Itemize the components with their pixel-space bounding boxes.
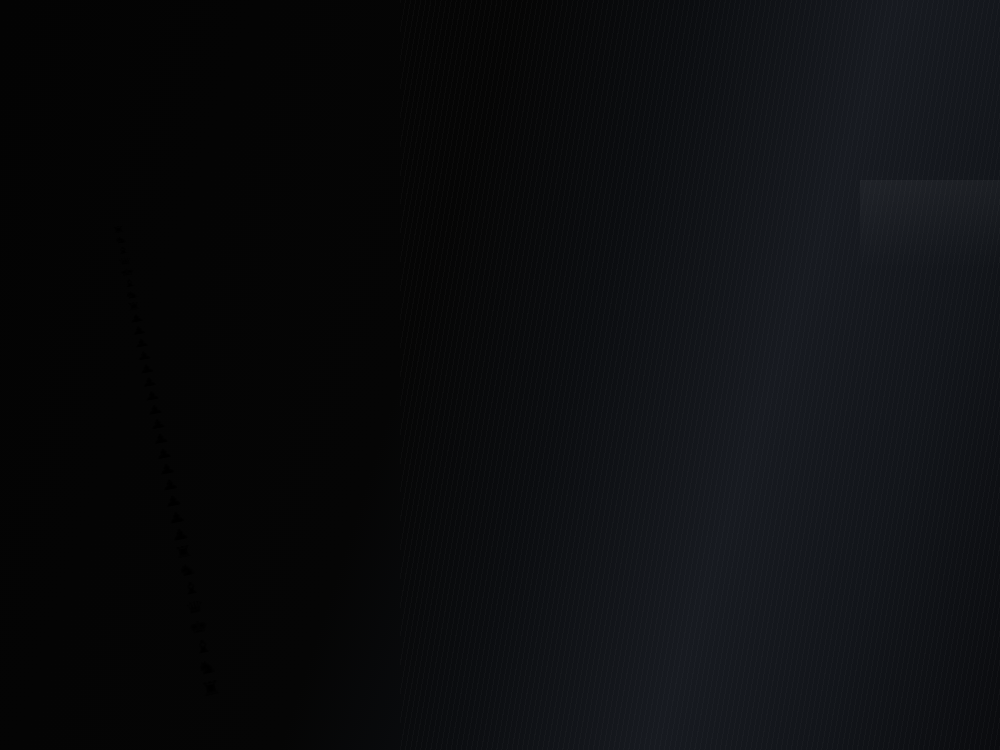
piece-silver-rook-h1: ♜ (198, 677, 224, 701)
background-highlight (860, 180, 1000, 270)
